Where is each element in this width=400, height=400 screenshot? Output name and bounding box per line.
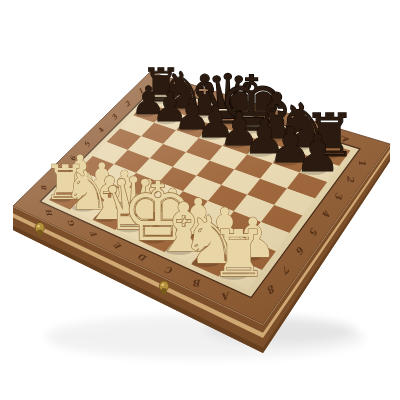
piece-white-rook-h1: ♜ bbox=[210, 216, 268, 291]
rank-label: 1 bbox=[357, 159, 367, 166]
chess-set-product-photo: 11AA22BB33CC44DD55EE66FF77GG88HH♜♞♟♝♟♛♟♚… bbox=[0, 0, 400, 400]
svg-text:♜: ♜ bbox=[210, 216, 268, 291]
svg-text:♟: ♟ bbox=[295, 123, 341, 183]
chess-board-scene: 11AA22BB33CC44DD55EE66FF77GG88HH♜♞♟♝♟♛♟♚… bbox=[0, 0, 400, 400]
piece-black-pawn-h7: ♟ bbox=[295, 123, 341, 183]
rank-label: 2 bbox=[345, 176, 356, 183]
